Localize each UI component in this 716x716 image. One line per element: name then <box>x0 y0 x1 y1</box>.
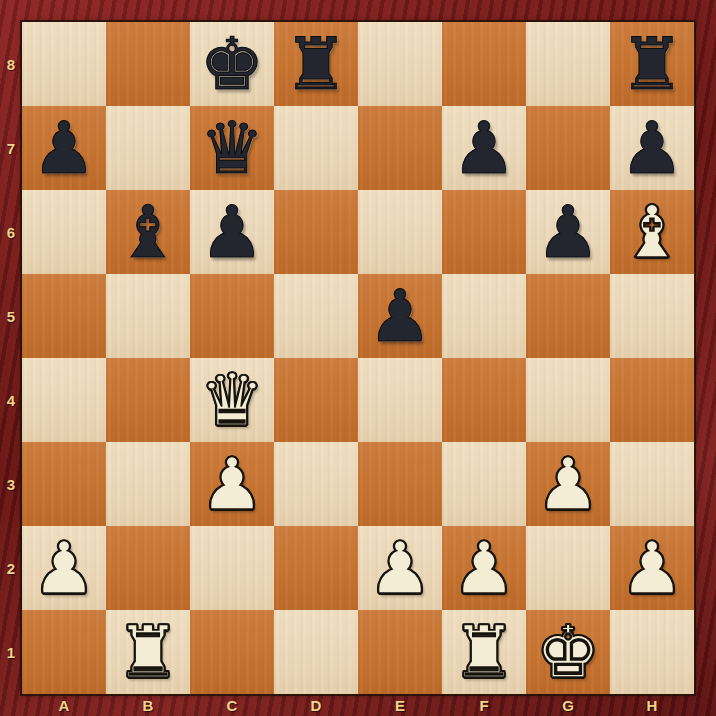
square-d4[interactable] <box>274 358 358 442</box>
square-g3[interactable]: ♟ <box>526 442 610 526</box>
white-queen-c4[interactable]: ♛ <box>200 358 265 442</box>
square-g6[interactable]: ♟ <box>526 190 610 274</box>
square-c3[interactable]: ♟ <box>190 442 274 526</box>
square-g4[interactable] <box>526 358 610 442</box>
rank-label-4: 4 <box>0 358 22 442</box>
square-f1[interactable]: ♜ <box>442 610 526 694</box>
square-d8[interactable]: ♜ <box>274 22 358 106</box>
square-e1[interactable] <box>358 610 442 694</box>
square-b1[interactable]: ♜ <box>106 610 190 694</box>
black-pawn-c6[interactable]: ♟ <box>200 190 265 274</box>
square-f7[interactable]: ♟ <box>442 106 526 190</box>
square-c6[interactable]: ♟ <box>190 190 274 274</box>
white-bishop-h6[interactable]: ♝ <box>620 190 685 274</box>
square-a4[interactable] <box>22 358 106 442</box>
square-b4[interactable] <box>106 358 190 442</box>
white-pawn-h2[interactable]: ♟ <box>620 526 685 610</box>
square-b3[interactable] <box>106 442 190 526</box>
square-a3[interactable] <box>22 442 106 526</box>
square-h2[interactable]: ♟ <box>610 526 694 610</box>
chess-board[interactable]: ♚♜♜♟♛♟♟♝♟♟♝♟♛♟♟♟♟♟♟♜♜♚ <box>22 22 694 694</box>
square-c5[interactable] <box>190 274 274 358</box>
square-c1[interactable] <box>190 610 274 694</box>
square-g1[interactable]: ♚ <box>526 610 610 694</box>
square-c7[interactable]: ♛ <box>190 106 274 190</box>
black-pawn-h7[interactable]: ♟ <box>620 106 685 190</box>
square-e5[interactable]: ♟ <box>358 274 442 358</box>
square-c2[interactable] <box>190 526 274 610</box>
rank-label-6: 6 <box>0 190 22 274</box>
square-d7[interactable] <box>274 106 358 190</box>
white-pawn-e2[interactable]: ♟ <box>368 526 433 610</box>
square-a5[interactable] <box>22 274 106 358</box>
black-rook-d8[interactable]: ♜ <box>284 22 349 106</box>
file-label-D: D <box>274 694 358 716</box>
square-e4[interactable] <box>358 358 442 442</box>
black-queen-c7[interactable]: ♛ <box>200 106 265 190</box>
square-f6[interactable] <box>442 190 526 274</box>
white-pawn-f2[interactable]: ♟ <box>452 526 517 610</box>
square-c8[interactable]: ♚ <box>190 22 274 106</box>
square-e3[interactable] <box>358 442 442 526</box>
white-rook-f1[interactable]: ♜ <box>452 610 517 694</box>
file-label-H: H <box>610 694 694 716</box>
square-g8[interactable] <box>526 22 610 106</box>
square-e6[interactable] <box>358 190 442 274</box>
square-h1[interactable] <box>610 610 694 694</box>
rank-labels: 87654321 <box>0 22 22 694</box>
square-d6[interactable] <box>274 190 358 274</box>
file-label-F: F <box>442 694 526 716</box>
square-f2[interactable]: ♟ <box>442 526 526 610</box>
rank-label-8: 8 <box>0 22 22 106</box>
square-g5[interactable] <box>526 274 610 358</box>
black-pawn-f7[interactable]: ♟ <box>452 106 517 190</box>
square-h6[interactable]: ♝ <box>610 190 694 274</box>
square-b2[interactable] <box>106 526 190 610</box>
square-h5[interactable] <box>610 274 694 358</box>
square-f4[interactable] <box>442 358 526 442</box>
square-c4[interactable]: ♛ <box>190 358 274 442</box>
square-e2[interactable]: ♟ <box>358 526 442 610</box>
file-label-G: G <box>526 694 610 716</box>
black-pawn-e5[interactable]: ♟ <box>368 274 433 358</box>
square-f5[interactable] <box>442 274 526 358</box>
rank-label-2: 2 <box>0 526 22 610</box>
chess-diagram: 87654321 ♚♜♜♟♛♟♟♝♟♟♝♟♛♟♟♟♟♟♟♜♜♚ ABCDEFGH <box>0 0 716 716</box>
square-a2[interactable]: ♟ <box>22 526 106 610</box>
square-h7[interactable]: ♟ <box>610 106 694 190</box>
square-d1[interactable] <box>274 610 358 694</box>
square-a8[interactable] <box>22 22 106 106</box>
black-king-c8[interactable]: ♚ <box>200 22 265 106</box>
square-b8[interactable] <box>106 22 190 106</box>
white-king-g1[interactable]: ♚ <box>536 610 601 694</box>
square-a6[interactable] <box>22 190 106 274</box>
square-g7[interactable] <box>526 106 610 190</box>
black-pawn-g6[interactable]: ♟ <box>536 190 601 274</box>
square-g2[interactable] <box>526 526 610 610</box>
square-d3[interactable] <box>274 442 358 526</box>
white-pawn-g3[interactable]: ♟ <box>536 442 601 526</box>
square-f3[interactable] <box>442 442 526 526</box>
file-label-A: A <box>22 694 106 716</box>
white-pawn-a2[interactable]: ♟ <box>32 526 97 610</box>
square-d5[interactable] <box>274 274 358 358</box>
black-rook-h8[interactable]: ♜ <box>620 22 685 106</box>
square-b7[interactable] <box>106 106 190 190</box>
white-rook-b1[interactable]: ♜ <box>116 610 181 694</box>
file-label-B: B <box>106 694 190 716</box>
rank-label-1: 1 <box>0 610 22 694</box>
square-h4[interactable] <box>610 358 694 442</box>
square-h3[interactable] <box>610 442 694 526</box>
square-e8[interactable] <box>358 22 442 106</box>
file-label-C: C <box>190 694 274 716</box>
square-b6[interactable]: ♝ <box>106 190 190 274</box>
rank-label-7: 7 <box>0 106 22 190</box>
square-b5[interactable] <box>106 274 190 358</box>
square-f8[interactable] <box>442 22 526 106</box>
square-d2[interactable] <box>274 526 358 610</box>
square-e7[interactable] <box>358 106 442 190</box>
file-labels: ABCDEFGH <box>22 694 694 716</box>
square-h8[interactable]: ♜ <box>610 22 694 106</box>
rank-label-3: 3 <box>0 442 22 526</box>
black-bishop-b6[interactable]: ♝ <box>116 190 181 274</box>
white-pawn-c3[interactable]: ♟ <box>200 442 265 526</box>
rank-label-5: 5 <box>0 274 22 358</box>
square-a7[interactable]: ♟ <box>22 106 106 190</box>
file-label-E: E <box>358 694 442 716</box>
square-a1[interactable] <box>22 610 106 694</box>
black-pawn-a7[interactable]: ♟ <box>32 106 97 190</box>
